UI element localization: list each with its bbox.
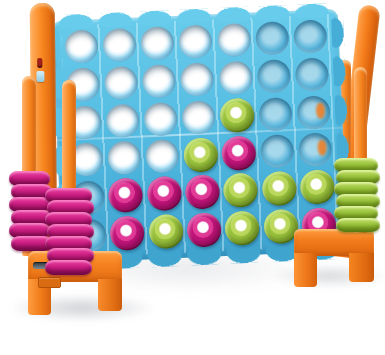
pink-disc-stack-front xyxy=(46,188,93,280)
giant-connect-four-photo xyxy=(0,0,385,355)
empty-hole xyxy=(293,20,327,54)
board-cell-r3c4 xyxy=(179,98,219,137)
green-disc xyxy=(263,209,298,244)
board-cell-r4c7 xyxy=(296,130,336,169)
board-cell-r3c3 xyxy=(141,99,181,138)
frame-clip xyxy=(36,71,44,82)
green-disc xyxy=(148,214,183,249)
board-cell-r4c4 xyxy=(181,135,221,174)
green-disc xyxy=(225,211,260,246)
board-cell-r4c5 xyxy=(219,133,259,172)
board-cell-r3c7 xyxy=(294,93,334,132)
empty-hole xyxy=(64,30,98,64)
empty-hole xyxy=(104,66,138,100)
board-grid xyxy=(61,17,339,254)
board-cell-r2c2 xyxy=(101,63,141,102)
board-cell-r5c2 xyxy=(106,176,146,215)
board-cell-r5c7 xyxy=(297,168,337,207)
board-cell-r6c2 xyxy=(108,214,148,253)
stored-green-disc xyxy=(336,218,380,232)
board-cell-r5c3 xyxy=(144,174,184,213)
board-cell-r4c3 xyxy=(143,137,183,176)
board-cell-r2c4 xyxy=(178,60,218,99)
empty-hole xyxy=(217,23,251,57)
board-cell-r6c3 xyxy=(146,212,186,251)
empty-hole xyxy=(107,141,141,175)
board-cell-r1c7 xyxy=(291,17,331,56)
pink-disc xyxy=(221,135,256,170)
board-cell-r1c5 xyxy=(214,21,254,60)
board-cell-r6c4 xyxy=(184,210,224,249)
pink-disc xyxy=(186,212,221,247)
empty-hole xyxy=(145,139,179,173)
board-cell-r6c5 xyxy=(222,209,262,248)
empty-hole xyxy=(257,59,291,93)
board-cell-r5c4 xyxy=(183,173,223,212)
empty-hole xyxy=(298,133,332,167)
green-disc xyxy=(223,173,258,208)
board-cell-r3c2 xyxy=(103,101,143,140)
connect-four-board xyxy=(52,9,348,263)
pink-disc xyxy=(185,175,220,210)
frame-latch-slot xyxy=(37,58,42,68)
board-cell-r2c5 xyxy=(216,58,256,97)
pink-disc xyxy=(110,216,145,251)
board-cell-r1c1 xyxy=(61,27,101,66)
board-cell-r5c6 xyxy=(259,169,299,208)
board-cell-r3c6 xyxy=(256,94,296,133)
green-disc xyxy=(261,171,296,206)
empty-hole xyxy=(179,25,213,59)
empty-hole xyxy=(219,61,253,95)
board-cell-r4c6 xyxy=(257,132,297,171)
green-disc xyxy=(183,137,218,172)
green-disc-stack xyxy=(335,158,379,236)
empty-hole xyxy=(180,62,214,96)
green-disc xyxy=(299,170,334,205)
pink-disc xyxy=(146,176,181,211)
green-disc xyxy=(220,98,255,133)
empty-hole xyxy=(258,97,292,131)
board-cell-r4c2 xyxy=(104,139,144,178)
empty-hole xyxy=(144,102,178,136)
foot-leg xyxy=(349,253,374,282)
empty-hole xyxy=(297,95,331,129)
empty-hole xyxy=(105,103,139,137)
board-cell-r2c6 xyxy=(254,57,294,96)
board-cell-r1c3 xyxy=(138,24,178,63)
board-cell-r5c5 xyxy=(221,171,261,210)
board-cell-r2c3 xyxy=(139,62,179,101)
board-cell-r1c6 xyxy=(252,19,292,58)
empty-hole xyxy=(295,57,329,91)
empty-hole xyxy=(260,134,294,168)
empty-hole xyxy=(255,21,289,55)
board-cell-r1c4 xyxy=(176,22,216,61)
pink-disc xyxy=(108,178,143,213)
foot-leg xyxy=(98,279,122,311)
empty-hole xyxy=(140,26,174,60)
empty-hole xyxy=(102,28,136,62)
board-cell-r1c2 xyxy=(99,26,139,65)
foot-leg xyxy=(294,253,317,287)
stored-pink-disc xyxy=(45,260,92,275)
board-cell-r2c7 xyxy=(292,55,332,94)
empty-hole xyxy=(142,64,176,98)
empty-hole xyxy=(182,100,216,134)
board-cell-r3c5 xyxy=(217,96,257,135)
